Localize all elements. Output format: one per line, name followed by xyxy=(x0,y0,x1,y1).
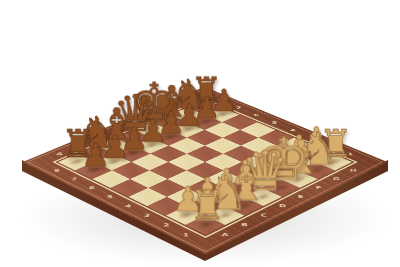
rank-label-7: 7 xyxy=(60,173,87,185)
piece-white-rook[interactable]: ♜ xyxy=(189,185,226,226)
product-photo-scene: ABCDEFGH ABCDEFGH 87654321 87654321 ♜♞♝♛… xyxy=(0,0,400,267)
square-a7[interactable]: ♟ xyxy=(75,162,112,179)
square-a1[interactable]: ♜ xyxy=(186,215,226,234)
piece-black-pawn[interactable]: ♟ xyxy=(81,139,110,171)
